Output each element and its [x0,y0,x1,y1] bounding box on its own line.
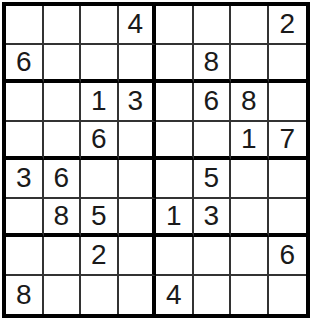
cell-r5c1[interactable]: 3 [6,160,44,199]
cell-r2c1[interactable]: 6 [6,45,44,84]
cell-r2c3[interactable] [81,45,119,84]
cell-r8c5[interactable]: 4 [156,276,194,315]
cell-r2c4[interactable] [119,45,157,84]
cell-r3c6[interactable]: 6 [194,83,232,122]
cell-r3c2[interactable] [44,83,82,122]
cell-r5c7[interactable] [231,160,269,199]
cell-r6c2[interactable]: 8 [44,199,82,238]
cell-r8c1[interactable]: 8 [6,276,44,315]
cell-r4c3[interactable]: 6 [81,122,119,161]
cell-r1c6[interactable] [194,6,232,45]
cell-r7c3[interactable]: 2 [81,237,119,276]
cell-r2c8[interactable] [269,45,307,84]
cell-r3c5[interactable] [156,83,194,122]
cell-r3c1[interactable] [6,83,44,122]
cell-r4c7[interactable]: 1 [231,122,269,161]
cell-r4c4[interactable] [119,122,157,161]
cell-r4c2[interactable] [44,122,82,161]
cell-r1c3[interactable] [81,6,119,45]
cell-r4c1[interactable] [6,122,44,161]
cell-r6c7[interactable] [231,199,269,238]
cell-r2c7[interactable] [231,45,269,84]
cell-r3c8[interactable] [269,83,307,122]
cell-r1c5[interactable] [156,6,194,45]
cell-r4c6[interactable] [194,122,232,161]
cell-r2c2[interactable] [44,45,82,84]
cell-r5c5[interactable] [156,160,194,199]
cell-r7c6[interactable] [194,237,232,276]
cell-r5c2[interactable]: 6 [44,160,82,199]
cell-r8c2[interactable] [44,276,82,315]
cell-r6c1[interactable] [6,199,44,238]
cell-r4c8[interactable]: 7 [269,122,307,161]
cell-r1c7[interactable] [231,6,269,45]
cell-r1c1[interactable] [6,6,44,45]
cell-r1c4[interactable]: 4 [119,6,157,45]
cell-r5c4[interactable] [119,160,157,199]
cell-r6c4[interactable] [119,199,157,238]
sudoku-board: 4268136861736585132684 [2,2,310,318]
cell-r8c6[interactable] [194,276,232,315]
cell-r8c4[interactable] [119,276,157,315]
cell-r7c7[interactable] [231,237,269,276]
cell-r2c6[interactable]: 8 [194,45,232,84]
cell-r5c8[interactable] [269,160,307,199]
cell-r7c8[interactable]: 6 [269,237,307,276]
cell-r8c3[interactable] [81,276,119,315]
cell-r5c6[interactable]: 5 [194,160,232,199]
cell-r8c8[interactable] [269,276,307,315]
cell-r3c7[interactable]: 8 [231,83,269,122]
cell-r6c6[interactable]: 3 [194,199,232,238]
cell-r3c3[interactable]: 1 [81,83,119,122]
cell-r7c2[interactable] [44,237,82,276]
cell-r6c8[interactable] [269,199,307,238]
cell-r4c5[interactable] [156,122,194,161]
cell-r6c5[interactable]: 1 [156,199,194,238]
cell-r1c8[interactable]: 2 [269,6,307,45]
cell-r6c3[interactable]: 5 [81,199,119,238]
cell-r7c4[interactable] [119,237,157,276]
cell-r1c2[interactable] [44,6,82,45]
cell-r7c5[interactable] [156,237,194,276]
cell-r2c5[interactable] [156,45,194,84]
cell-r7c1[interactable] [6,237,44,276]
cell-r3c4[interactable]: 3 [119,83,157,122]
cell-r5c3[interactable] [81,160,119,199]
cell-r8c7[interactable] [231,276,269,315]
